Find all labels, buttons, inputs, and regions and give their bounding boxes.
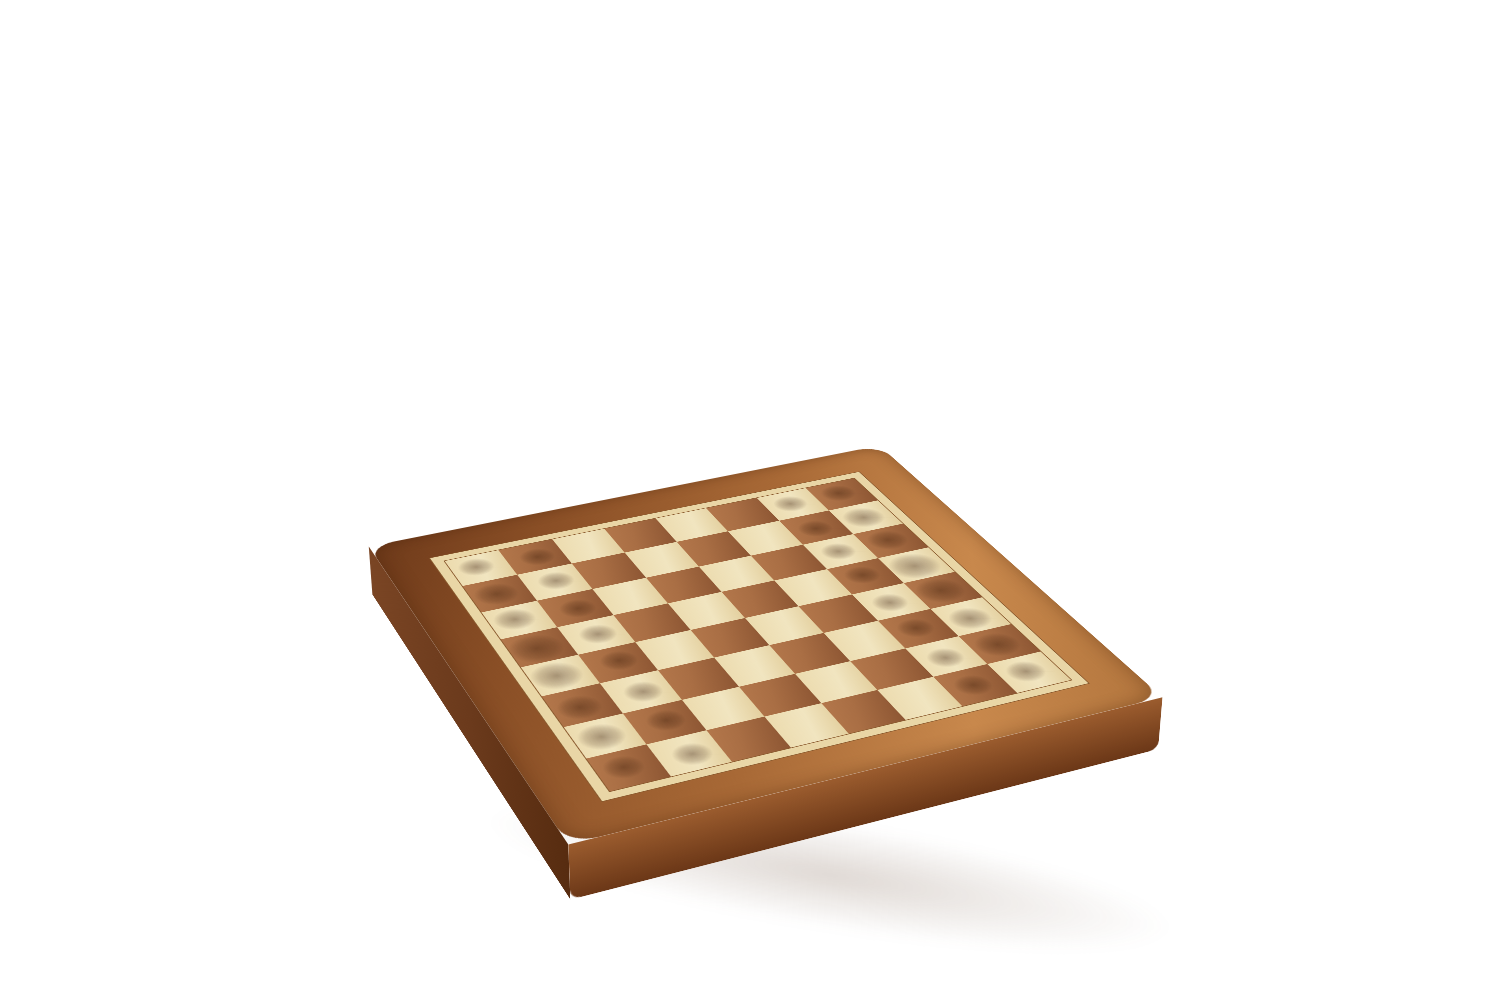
- white-rook-glyph: ♜: [577, 674, 670, 778]
- red-pawn-glyph: ♟: [930, 598, 1016, 694]
- product-photo-scene: ♜♟♟♜♞♟♟♞♝♟♟♝♚♟♟♚♛♟♟♛♝♟♟♝♞♟♟♞♜♟♟♜: [0, 0, 1500, 1000]
